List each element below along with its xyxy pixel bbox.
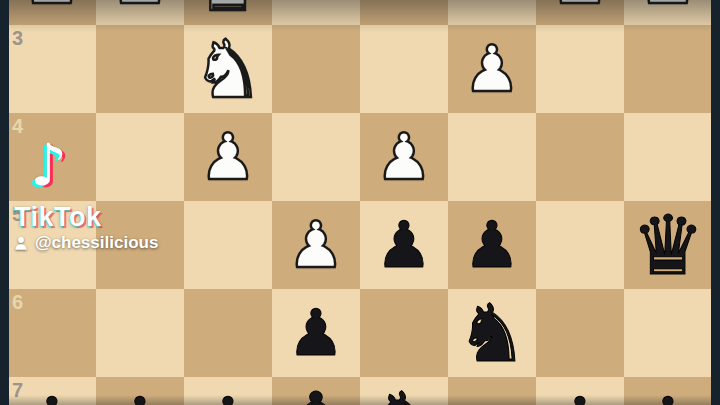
white-pawn-h2[interactable]: ♟ <box>8 0 96 25</box>
white-pawn-b2[interactable]: ♟ <box>536 0 624 25</box>
square-f5[interactable] <box>184 201 272 289</box>
black-queen-a5[interactable]: ♛ <box>624 201 712 289</box>
rank-label-3: 3 <box>12 28 23 48</box>
black-pawn-b7[interactable]: ♟ <box>536 377 624 405</box>
square-d3[interactable] <box>360 25 448 113</box>
black-pawn-e6[interactable]: ♟ <box>272 289 360 377</box>
black-pawn-c5[interactable]: ♟ <box>448 201 536 289</box>
square-e2[interactable] <box>272 0 360 25</box>
square-b6[interactable] <box>536 289 624 377</box>
square-a4[interactable] <box>624 113 712 201</box>
white-pawn-a2[interactable]: ♟ <box>624 0 712 25</box>
square-g3[interactable] <box>96 25 184 113</box>
square-c2[interactable] <box>448 0 536 25</box>
creator-handle: @chessilicious <box>13 233 158 253</box>
square-d6[interactable] <box>360 289 448 377</box>
black-knight-c6[interactable]: ♞ <box>448 289 536 377</box>
square-d2[interactable] <box>360 0 448 25</box>
person-icon <box>13 235 29 251</box>
chess-board: 34567♟♟♛♟♟♞♟♟♟♟♟♟♛♟♞♟♟♟♝♞♟♟ <box>0 0 720 405</box>
square-g4[interactable] <box>96 113 184 201</box>
black-pawn-f7[interactable]: ♟ <box>184 377 272 405</box>
tiktok-logo-icon: ♪ <box>30 136 67 194</box>
tiktok-brand-text: TikTok <box>14 202 102 233</box>
right-frame-bar <box>711 0 720 405</box>
square-c4[interactable] <box>448 113 536 201</box>
left-frame-bar <box>0 0 9 405</box>
rank-label-4: 4 <box>12 116 23 136</box>
black-bishop-e7[interactable]: ♝ <box>272 377 360 405</box>
black-pawn-a7[interactable]: ♟ <box>624 377 712 405</box>
black-knight-d7[interactable]: ♞ <box>360 377 448 405</box>
black-pawn-d5[interactable]: ♟ <box>360 201 448 289</box>
username-text: @chessilicious <box>35 233 158 253</box>
square-c7[interactable] <box>448 377 536 405</box>
tiktok-chess-video-frame: 34567♟♟♛♟♟♞♟♟♟♟♟♟♛♟♞♟♟♟♝♞♟♟ ♪ TikTok @ch… <box>0 0 720 405</box>
square-f6[interactable] <box>184 289 272 377</box>
white-pawn-f4[interactable]: ♟ <box>184 113 272 201</box>
square-b3[interactable] <box>536 25 624 113</box>
square-b4[interactable] <box>536 113 624 201</box>
square-b5[interactable] <box>536 201 624 289</box>
square-g6[interactable] <box>96 289 184 377</box>
square-e4[interactable] <box>272 113 360 201</box>
rank-label-6: 6 <box>12 292 23 312</box>
white-queen-f2[interactable]: ♛ <box>184 0 272 25</box>
white-pawn-d4[interactable]: ♟ <box>360 113 448 201</box>
white-pawn-g2[interactable]: ♟ <box>96 0 184 25</box>
white-pawn-c3[interactable]: ♟ <box>448 25 536 113</box>
square-a6[interactable] <box>624 289 712 377</box>
white-knight-f3[interactable]: ♞ <box>184 25 272 113</box>
rank-label-7: 7 <box>12 380 23 400</box>
black-pawn-g7[interactable]: ♟ <box>96 377 184 405</box>
white-pawn-e5[interactable]: ♟ <box>272 201 360 289</box>
square-e3[interactable] <box>272 25 360 113</box>
square-a3[interactable] <box>624 25 712 113</box>
